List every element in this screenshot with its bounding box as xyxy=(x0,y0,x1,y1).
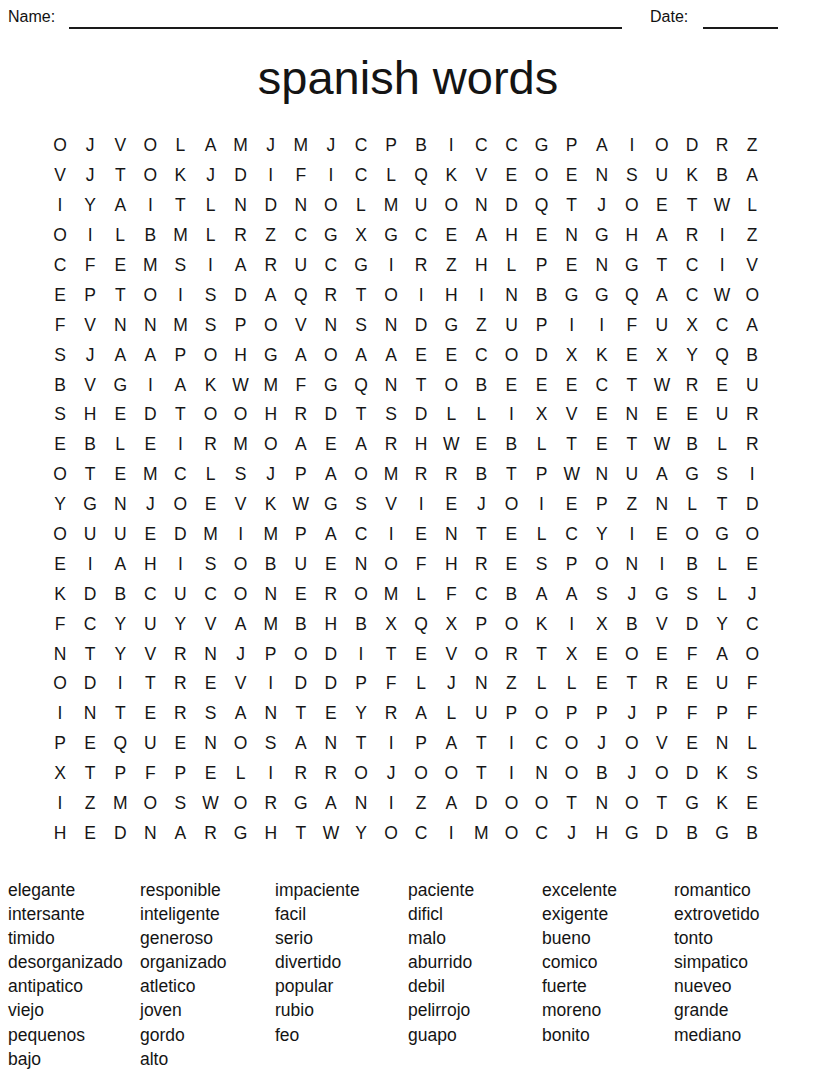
grid-cell: D xyxy=(135,400,165,430)
grid-cell: J xyxy=(587,191,617,221)
grid-cell: E xyxy=(105,460,135,490)
grid-cell: N xyxy=(135,310,165,340)
word-bank-column-3: impacientefacilseriodivertidopopularrubi… xyxy=(275,878,408,1047)
grid-cell: E xyxy=(75,729,105,759)
grid-cell: O xyxy=(226,549,256,579)
word-bank-word: divertido xyxy=(275,950,408,974)
word-bank-word: tonto xyxy=(674,926,815,950)
grid-cell: I xyxy=(165,549,195,579)
grid-cell: P xyxy=(527,310,557,340)
grid-cell: P xyxy=(406,729,436,759)
grid-cell: K xyxy=(587,340,617,370)
grid-cell: I xyxy=(647,549,677,579)
grid-cell: E xyxy=(45,280,75,310)
grid-cell: L xyxy=(105,430,135,460)
grid-cell: P xyxy=(75,280,105,310)
grid-cell: L xyxy=(466,400,496,430)
grid-cell: A xyxy=(587,131,617,161)
grid-cell: T xyxy=(466,520,496,550)
grid-cell: E xyxy=(557,370,587,400)
word-bank-word: alto xyxy=(140,1047,275,1071)
grid-cell: D xyxy=(105,818,135,848)
grid-cell: E xyxy=(647,400,677,430)
grid-cell: M xyxy=(195,520,225,550)
grid-cell: E xyxy=(587,639,617,669)
grid-cell: U xyxy=(737,370,767,400)
grid-cell: C xyxy=(677,280,707,310)
grid-cell: R xyxy=(436,460,466,490)
grid-cell: G xyxy=(226,818,256,848)
grid-cell: E xyxy=(527,221,557,251)
grid-cell: O xyxy=(165,490,195,520)
grid-cell: I xyxy=(496,729,526,759)
grid-cell: E xyxy=(587,430,617,460)
grid-cell: O xyxy=(436,759,466,789)
grid-cell: D xyxy=(316,400,346,430)
word-bank-word: paciente xyxy=(408,878,542,902)
grid-cell: H xyxy=(75,400,105,430)
grid-cell: M xyxy=(256,370,286,400)
grid-cell: A xyxy=(105,549,135,579)
grid-cell: L xyxy=(406,579,436,609)
grid-cell: N xyxy=(256,579,286,609)
grid-cell: N xyxy=(195,729,225,759)
grid-cell: S xyxy=(707,460,737,490)
grid-cell: G xyxy=(677,789,707,819)
grid-cell: G xyxy=(75,490,105,520)
grid-cell: T xyxy=(105,699,135,729)
grid-cell: G xyxy=(527,131,557,161)
grid-cell: A xyxy=(105,340,135,370)
grid-cell: V xyxy=(45,161,75,191)
grid-cell: C xyxy=(496,131,526,161)
grid-cell: T xyxy=(647,251,677,281)
word-bank-word: desorganizado xyxy=(8,950,140,974)
grid-cell: E xyxy=(647,520,677,550)
grid-cell: E xyxy=(406,520,436,550)
grid-cell: K xyxy=(195,370,225,400)
grid-cell: C xyxy=(165,460,195,490)
grid-cell: R xyxy=(737,400,767,430)
word-bank-word: fuerte xyxy=(542,974,674,998)
grid-cell: P xyxy=(587,490,617,520)
grid-cell: W xyxy=(557,460,587,490)
grid-cell: E xyxy=(45,430,75,460)
grid-cell: B xyxy=(346,609,376,639)
grid-cell: P xyxy=(557,699,587,729)
grid-cell: C xyxy=(406,818,436,848)
grid-cell: E xyxy=(436,221,466,251)
grid-cell: F xyxy=(436,579,466,609)
grid-cell: A xyxy=(346,430,376,460)
grid-cell: A xyxy=(105,191,135,221)
word-bank-word: popular xyxy=(275,974,408,998)
grid-cell: O xyxy=(527,161,557,191)
grid-cell: J xyxy=(256,460,286,490)
grid-cell: D xyxy=(75,669,105,699)
header: Name: Date: xyxy=(0,6,816,28)
grid-cell: A xyxy=(256,280,286,310)
word-bank-word: dificl xyxy=(408,902,542,926)
word-bank-word: gordo xyxy=(140,1023,275,1047)
grid-cell: T xyxy=(406,370,436,400)
grid-cell: W xyxy=(286,490,316,520)
grid-cell: V xyxy=(105,131,135,161)
grid-cell: G xyxy=(436,310,466,340)
puzzle-title: spanish words xyxy=(0,50,816,105)
grid-cell: E xyxy=(677,669,707,699)
grid-cell: P xyxy=(587,699,617,729)
grid-cell: X xyxy=(527,400,557,430)
word-bank-word: aburrido xyxy=(408,950,542,974)
grid-cell: C xyxy=(677,251,707,281)
grid-cell: D xyxy=(316,669,346,699)
grid-cell: V xyxy=(376,490,406,520)
grid-cell: O xyxy=(527,789,557,819)
grid-cell: C xyxy=(707,310,737,340)
grid-cell: D xyxy=(737,490,767,520)
grid-cell: X xyxy=(647,340,677,370)
grid-cell: A xyxy=(647,280,677,310)
grid-cell: I xyxy=(376,251,406,281)
grid-cell: W xyxy=(436,430,466,460)
grid-cell: J xyxy=(316,131,346,161)
grid-cell: P xyxy=(557,549,587,579)
grid-cell: O xyxy=(527,699,557,729)
grid-cell: E xyxy=(587,400,617,430)
grid-cell: A xyxy=(406,699,436,729)
grid-cell: J xyxy=(75,161,105,191)
grid-cell: N xyxy=(376,310,406,340)
word-bank-column-5: excelenteexigentebuenocomicofuertemoreno… xyxy=(542,878,674,1047)
grid-cell: O xyxy=(226,729,256,759)
grid-cell: O xyxy=(316,191,346,221)
grid-cell: T xyxy=(346,280,376,310)
grid-cell: X xyxy=(557,340,587,370)
grid-cell: X xyxy=(677,310,707,340)
grid-cell: H xyxy=(135,549,165,579)
grid-cell: B xyxy=(45,370,75,400)
grid-cell: T xyxy=(677,191,707,221)
word-bank-word: bueno xyxy=(542,926,674,950)
grid-cell: O xyxy=(195,340,225,370)
grid-cell: J xyxy=(75,340,105,370)
grid-cell: T xyxy=(346,400,376,430)
grid-cell: Z xyxy=(617,490,647,520)
grid-cell: N xyxy=(135,818,165,848)
grid-cell: L xyxy=(496,251,526,281)
grid-cell: E xyxy=(496,520,526,550)
grid-cell: J xyxy=(617,699,647,729)
grid-cell: M xyxy=(376,191,406,221)
grid-cell: A xyxy=(376,340,406,370)
grid-cell: T xyxy=(557,191,587,221)
grid-cell: L xyxy=(737,729,767,759)
grid-cell: J xyxy=(557,818,587,848)
grid-cell: O xyxy=(346,759,376,789)
grid-cell: Z xyxy=(75,789,105,819)
grid-cell: I xyxy=(165,280,195,310)
grid-cell: N xyxy=(587,460,617,490)
grid-cell: C xyxy=(286,221,316,251)
grid-cell: P xyxy=(256,639,286,669)
grid-cell: G xyxy=(376,221,406,251)
grid-cell: U xyxy=(707,669,737,699)
grid-cell: Y xyxy=(165,609,195,639)
grid-cell: Z xyxy=(466,310,496,340)
grid-cell: N xyxy=(195,639,225,669)
grid-cell: E xyxy=(75,818,105,848)
grid-cell: Q xyxy=(406,161,436,191)
word-bank-word: moreno xyxy=(542,998,674,1022)
grid-cell: T xyxy=(105,161,135,191)
grid-cell: X xyxy=(346,221,376,251)
grid-cell: A xyxy=(135,340,165,370)
word-bank-word: romantico xyxy=(674,878,815,902)
grid-cell: V xyxy=(75,370,105,400)
grid-cell: P xyxy=(376,131,406,161)
date-label: Date: xyxy=(650,8,688,26)
grid-cell: B xyxy=(737,340,767,370)
grid-cell: M xyxy=(286,131,316,161)
grid-cell: T xyxy=(527,639,557,669)
grid-cell: I xyxy=(587,310,617,340)
grid-cell: E xyxy=(647,191,677,221)
grid-cell: C xyxy=(557,520,587,550)
grid-cell: K xyxy=(45,579,75,609)
word-bank-word: generoso xyxy=(140,926,275,950)
grid-cell: S xyxy=(376,400,406,430)
grid-cell: D xyxy=(677,131,707,161)
grid-cell: O xyxy=(617,729,647,759)
grid-cell: G xyxy=(587,280,617,310)
grid-cell: U xyxy=(647,310,677,340)
grid-cell: L xyxy=(105,221,135,251)
grid-cell: C xyxy=(346,520,376,550)
grid-cell: R xyxy=(677,221,707,251)
grid-cell: K xyxy=(165,161,195,191)
grid-cell: P xyxy=(557,131,587,161)
grid-cell: U xyxy=(135,609,165,639)
grid-cell: I xyxy=(256,161,286,191)
grid-cell: E xyxy=(165,729,195,759)
grid-cell: H xyxy=(226,340,256,370)
grid-cell: A xyxy=(737,161,767,191)
grid-cell: P xyxy=(105,759,135,789)
word-bank-word: rubio xyxy=(275,998,408,1022)
grid-cell: W xyxy=(647,430,677,460)
word-bank-word: facil xyxy=(275,902,408,926)
grid-cell: V xyxy=(286,310,316,340)
grid-cell: O xyxy=(557,759,587,789)
word-bank-word: simpatico xyxy=(674,950,815,974)
grid-cell: N xyxy=(45,639,75,669)
grid-cell: I xyxy=(376,789,406,819)
grid-cell: H xyxy=(466,251,496,281)
word-bank-column-1: eleganteintersantetimidodesorganizadoant… xyxy=(8,878,140,1071)
grid-cell: T xyxy=(75,639,105,669)
grid-cell: L xyxy=(527,669,557,699)
grid-cell: D xyxy=(226,280,256,310)
grid-cell: R xyxy=(496,639,526,669)
grid-cell: I xyxy=(195,251,225,281)
grid-cell: F xyxy=(45,310,75,340)
grid-cell: O xyxy=(496,789,526,819)
grid-cell: G xyxy=(587,221,617,251)
grid-cell: H xyxy=(436,549,466,579)
date-blank-line xyxy=(703,27,778,29)
grid-cell: O xyxy=(587,549,617,579)
grid-cell: S xyxy=(195,280,225,310)
grid-cell: L xyxy=(436,699,466,729)
grid-cell: O xyxy=(677,520,707,550)
grid-cell: B xyxy=(105,579,135,609)
grid-cell: I xyxy=(376,520,406,550)
grid-cell: L xyxy=(195,191,225,221)
grid-cell: L xyxy=(376,161,406,191)
word-bank-word: elegante xyxy=(8,878,140,902)
grid-cell: R xyxy=(376,699,406,729)
grid-cell: O xyxy=(647,759,677,789)
word-bank-word: exigente xyxy=(542,902,674,926)
grid-cell: I xyxy=(135,191,165,221)
grid-cell: S xyxy=(195,549,225,579)
grid-cell: N xyxy=(316,310,346,340)
grid-cell: E xyxy=(557,161,587,191)
grid-cell: U xyxy=(466,699,496,729)
grid-cell: I xyxy=(45,789,75,819)
grid-cell: W xyxy=(647,370,677,400)
grid-cell: T xyxy=(466,759,496,789)
grid-cell: E xyxy=(496,161,526,191)
grid-cell: O xyxy=(346,579,376,609)
grid-cell: B xyxy=(466,370,496,400)
grid-cell: E xyxy=(677,400,707,430)
grid-cell: O xyxy=(496,340,526,370)
grid-cell: C xyxy=(406,221,436,251)
grid-cell: B xyxy=(617,609,647,639)
grid-cell: I xyxy=(496,759,526,789)
name-label: Name: xyxy=(8,8,55,26)
grid-cell: E xyxy=(707,370,737,400)
grid-cell: A xyxy=(226,609,256,639)
grid-cell: C xyxy=(316,251,346,281)
grid-cell: Y xyxy=(587,520,617,550)
grid-cell: D xyxy=(256,191,286,221)
grid-cell: R xyxy=(165,669,195,699)
grid-cell: B xyxy=(496,579,526,609)
grid-cell: X xyxy=(45,759,75,789)
grid-cell: W xyxy=(195,789,225,819)
grid-cell: F xyxy=(737,699,767,729)
grid-cell: L xyxy=(677,490,707,520)
grid-cell: N xyxy=(617,549,647,579)
grid-cell: E xyxy=(406,340,436,370)
grid-cell: J xyxy=(617,759,647,789)
grid-cell: O xyxy=(376,818,406,848)
grid-cell: J xyxy=(617,579,647,609)
grid-cell: O xyxy=(496,490,526,520)
grid-cell: W xyxy=(226,370,256,400)
grid-cell: U xyxy=(75,520,105,550)
grid-cell: I xyxy=(226,520,256,550)
grid-cell: F xyxy=(286,161,316,191)
grid-cell: T xyxy=(557,430,587,460)
grid-cell: O xyxy=(256,430,286,460)
grid-cell: I xyxy=(436,818,466,848)
grid-cell: E xyxy=(737,549,767,579)
grid-cell: M xyxy=(466,818,496,848)
word-bank-word: timido xyxy=(8,926,140,950)
grid-cell: O xyxy=(436,370,466,400)
grid-cell: R xyxy=(256,251,286,281)
grid-cell: S xyxy=(195,699,225,729)
grid-cell: P xyxy=(165,340,195,370)
grid-cell: O xyxy=(406,759,436,789)
grid-cell: S xyxy=(165,251,195,281)
word-bank-column-6: romanticoextrovetidotontosimpaticonueveo… xyxy=(674,878,815,1047)
grid-cell: Y xyxy=(677,340,707,370)
grid-cell: O xyxy=(496,609,526,639)
grid-cell: N xyxy=(466,191,496,221)
grid-cell: F xyxy=(677,699,707,729)
grid-cell: I xyxy=(45,699,75,729)
grid-cell: E xyxy=(105,251,135,281)
grid-cell: R xyxy=(165,699,195,729)
grid-cell: O xyxy=(737,520,767,550)
grid-cell: I xyxy=(617,131,647,161)
grid-cell: C xyxy=(346,161,376,191)
grid-cell: A xyxy=(316,789,346,819)
grid-cell: C xyxy=(195,579,225,609)
grid-cell: N xyxy=(75,699,105,729)
grid-cell: B xyxy=(707,161,737,191)
grid-cell: U xyxy=(286,251,316,281)
grid-cell: R xyxy=(256,789,286,819)
grid-cell: H xyxy=(496,221,526,251)
grid-cell: C xyxy=(527,729,557,759)
grid-cell: R xyxy=(195,430,225,460)
grid-cell: S xyxy=(587,579,617,609)
grid-cell: B xyxy=(135,221,165,251)
grid-cell: O xyxy=(737,280,767,310)
grid-cell: I xyxy=(406,490,436,520)
word-bank-word: pelirrojo xyxy=(408,998,542,1022)
grid-cell: U xyxy=(707,400,737,430)
grid-cell: B xyxy=(406,131,436,161)
grid-cell: Q xyxy=(527,191,557,221)
grid-cell: Y xyxy=(45,490,75,520)
grid-cell: A xyxy=(286,729,316,759)
grid-cell: B xyxy=(677,818,707,848)
grid-cell: N xyxy=(256,699,286,729)
grid-cell: F xyxy=(75,251,105,281)
word-bank-word: debil xyxy=(408,974,542,998)
grid-cell: E xyxy=(316,430,346,460)
grid-cell: L xyxy=(165,131,195,161)
grid-cell: C xyxy=(466,579,496,609)
grid-cell: O xyxy=(135,789,165,819)
grid-cell: U xyxy=(286,549,316,579)
grid-cell: A xyxy=(286,430,316,460)
grid-cell: N xyxy=(346,789,376,819)
grid-cell: L xyxy=(436,400,466,430)
grid-cell: I xyxy=(75,221,105,251)
grid-cell: R xyxy=(226,221,256,251)
word-bank-word: malo xyxy=(408,926,542,950)
grid-cell: S xyxy=(346,310,376,340)
grid-cell: D xyxy=(286,669,316,699)
